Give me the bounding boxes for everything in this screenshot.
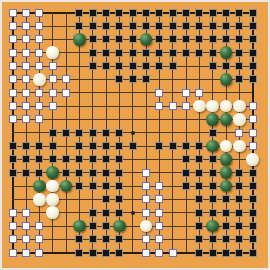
white-territory-marker — [155, 222, 163, 230]
white-territory-marker — [35, 249, 43, 257]
black-territory-marker — [35, 169, 43, 177]
go-board[interactable] — [2, 2, 268, 268]
white-territory-marker — [22, 249, 30, 257]
black-territory-marker — [235, 49, 243, 57]
black-territory-marker — [89, 9, 97, 17]
white-stone — [46, 46, 59, 59]
go-app-window — [0, 0, 270, 270]
white-territory-marker — [22, 75, 30, 83]
white-territory-marker — [22, 89, 30, 97]
black-territory-marker — [235, 195, 243, 203]
black-territory-marker — [195, 49, 203, 57]
black-territory-marker — [115, 62, 123, 70]
black-territory-marker — [155, 22, 163, 30]
black-territory-marker — [102, 222, 110, 230]
white-territory-marker — [9, 9, 17, 17]
white-territory-marker — [169, 249, 177, 257]
white-territory-marker — [35, 235, 43, 243]
black-territory-marker — [222, 195, 230, 203]
black-territory-marker — [22, 169, 30, 177]
black-stone — [206, 140, 219, 153]
black-territory-marker — [89, 35, 97, 43]
white-territory-marker — [62, 89, 70, 97]
white-stone — [220, 100, 233, 113]
black-stone — [60, 180, 73, 193]
white-territory-marker — [9, 222, 17, 230]
black-territory-marker — [182, 155, 190, 163]
white-territory-marker — [49, 62, 57, 70]
white-territory-marker — [62, 75, 70, 83]
black-territory-marker — [115, 195, 123, 203]
white-territory-marker — [155, 182, 163, 190]
black-territory-marker — [115, 22, 123, 30]
white-territory-marker — [142, 195, 150, 203]
white-territory-marker — [169, 102, 177, 110]
black-stone — [73, 220, 86, 233]
white-territory-marker — [249, 115, 257, 123]
black-territory-marker — [102, 249, 110, 257]
black-territory-marker — [142, 75, 150, 83]
black-territory-marker — [49, 155, 57, 163]
black-territory-marker — [195, 142, 203, 150]
white-territory-marker — [155, 235, 163, 243]
black-territory-marker — [222, 249, 230, 257]
black-territory-marker — [209, 195, 217, 203]
black-territory-marker — [235, 209, 243, 217]
black-territory-marker — [195, 235, 203, 243]
white-territory-marker — [182, 89, 190, 97]
black-territory-marker — [182, 9, 190, 17]
black-territory-marker — [249, 49, 257, 57]
white-territory-marker — [142, 169, 150, 177]
white-stone — [140, 220, 153, 233]
black-territory-marker — [115, 75, 123, 83]
black-territory-marker — [249, 9, 257, 17]
black-territory-marker — [102, 195, 110, 203]
white-territory-marker — [22, 35, 30, 43]
white-territory-marker — [235, 129, 243, 137]
black-territory-marker — [222, 62, 230, 70]
star-point — [131, 211, 135, 215]
black-stone — [220, 180, 233, 193]
black-stone — [220, 46, 233, 59]
black-territory-marker — [182, 182, 190, 190]
white-territory-marker — [142, 182, 150, 190]
black-territory-marker — [195, 22, 203, 30]
black-territory-marker — [235, 62, 243, 70]
black-territory-marker — [222, 22, 230, 30]
white-territory-marker — [22, 209, 30, 217]
black-territory-marker — [235, 169, 243, 177]
black-territory-marker — [235, 235, 243, 243]
black-territory-marker — [89, 49, 97, 57]
black-territory-marker — [155, 49, 163, 57]
white-stone — [193, 100, 206, 113]
black-territory-marker — [115, 169, 123, 177]
black-territory-marker — [9, 142, 17, 150]
black-territory-marker — [49, 142, 57, 150]
black-territory-marker — [75, 169, 83, 177]
black-territory-marker — [195, 222, 203, 230]
black-territory-marker — [235, 22, 243, 30]
black-territory-marker — [155, 62, 163, 70]
white-territory-marker — [35, 89, 43, 97]
black-territory-marker — [182, 49, 190, 57]
black-territory-marker — [222, 222, 230, 230]
black-territory-marker — [155, 9, 163, 17]
black-territory-marker — [102, 169, 110, 177]
white-territory-marker — [142, 235, 150, 243]
black-territory-marker — [249, 249, 257, 257]
black-territory-marker — [129, 142, 137, 150]
white-stone — [220, 140, 233, 153]
white-territory-marker — [195, 89, 203, 97]
star-point — [131, 131, 135, 135]
white-territory-marker — [155, 209, 163, 217]
black-territory-marker — [235, 35, 243, 43]
white-territory-marker — [155, 195, 163, 203]
black-territory-marker — [129, 22, 137, 30]
black-territory-marker — [249, 169, 257, 177]
black-territory-marker — [169, 62, 177, 70]
white-stone — [33, 193, 46, 206]
white-territory-marker — [22, 222, 30, 230]
black-territory-marker — [249, 182, 257, 190]
white-territory-marker — [22, 102, 30, 110]
white-territory-marker — [9, 35, 17, 43]
white-stone — [233, 100, 246, 113]
white-stone — [233, 113, 246, 126]
black-territory-marker — [169, 142, 177, 150]
black-territory-marker — [195, 35, 203, 43]
black-territory-marker — [102, 142, 110, 150]
black-territory-marker — [75, 249, 83, 257]
black-territory-marker — [89, 222, 97, 230]
grid-line — [12, 239, 254, 240]
black-territory-marker — [209, 35, 217, 43]
black-stone — [206, 220, 219, 233]
grid-line — [12, 252, 254, 254]
black-territory-marker — [195, 195, 203, 203]
black-stone — [46, 166, 59, 179]
black-territory-marker — [75, 155, 83, 163]
black-territory-marker — [115, 9, 123, 17]
white-territory-marker — [9, 102, 17, 110]
white-territory-marker — [35, 222, 43, 230]
black-territory-marker — [102, 209, 110, 217]
black-territory-marker — [155, 35, 163, 43]
white-territory-marker — [9, 89, 17, 97]
white-territory-marker — [35, 22, 43, 30]
black-territory-marker — [235, 182, 243, 190]
black-territory-marker — [169, 49, 177, 57]
black-territory-marker — [115, 249, 123, 257]
black-territory-marker — [102, 129, 110, 137]
black-territory-marker — [195, 209, 203, 217]
black-territory-marker — [169, 9, 177, 17]
black-territory-marker — [89, 22, 97, 30]
white-territory-marker — [9, 115, 17, 123]
white-territory-marker — [249, 129, 257, 137]
black-territory-marker — [89, 249, 97, 257]
black-stone — [206, 113, 219, 126]
black-territory-marker — [155, 142, 163, 150]
black-territory-marker — [35, 142, 43, 150]
black-territory-marker — [129, 9, 137, 17]
black-territory-marker — [249, 195, 257, 203]
black-territory-marker — [102, 235, 110, 243]
black-territory-marker — [89, 169, 97, 177]
black-territory-marker — [182, 169, 190, 177]
black-territory-marker — [142, 22, 150, 30]
black-territory-marker — [182, 22, 190, 30]
black-territory-marker — [209, 235, 217, 243]
black-territory-marker — [22, 142, 30, 150]
black-territory-marker — [235, 222, 243, 230]
white-territory-marker — [142, 209, 150, 217]
black-territory-marker — [115, 35, 123, 43]
black-territory-marker — [142, 62, 150, 70]
black-territory-marker — [195, 182, 203, 190]
black-territory-marker — [115, 235, 123, 243]
black-territory-marker — [129, 62, 137, 70]
black-territory-marker — [102, 22, 110, 30]
black-territory-marker — [142, 49, 150, 57]
black-territory-marker — [9, 169, 17, 177]
black-territory-marker — [62, 155, 70, 163]
white-stone — [33, 73, 46, 86]
white-territory-marker — [155, 89, 163, 97]
black-territory-marker — [75, 129, 83, 137]
black-territory-marker — [89, 155, 97, 163]
white-territory-marker — [249, 102, 257, 110]
white-territory-marker — [22, 22, 30, 30]
white-territory-marker — [249, 142, 257, 150]
black-territory-marker — [222, 35, 230, 43]
black-territory-marker — [75, 235, 83, 243]
black-territory-marker — [102, 35, 110, 43]
white-territory-marker — [35, 9, 43, 17]
white-territory-marker — [22, 115, 30, 123]
black-territory-marker — [35, 155, 43, 163]
black-territory-marker — [129, 49, 137, 57]
black-territory-marker — [89, 142, 97, 150]
black-stone — [140, 33, 153, 46]
white-territory-marker — [9, 249, 17, 257]
white-territory-marker — [155, 102, 163, 110]
black-territory-marker — [75, 142, 83, 150]
black-territory-marker — [129, 75, 137, 83]
black-territory-marker — [89, 182, 97, 190]
black-territory-marker — [115, 155, 123, 163]
black-territory-marker — [209, 9, 217, 17]
black-territory-marker — [209, 182, 217, 190]
black-territory-marker — [75, 9, 83, 17]
white-territory-marker — [35, 102, 43, 110]
black-territory-marker — [49, 129, 57, 137]
black-territory-marker — [62, 129, 70, 137]
black-territory-marker — [249, 62, 257, 70]
black-territory-marker — [209, 169, 217, 177]
black-territory-marker — [209, 49, 217, 57]
black-stone — [220, 113, 233, 126]
black-territory-marker — [102, 49, 110, 57]
black-stone — [113, 220, 126, 233]
black-territory-marker — [75, 22, 83, 30]
black-territory-marker — [249, 75, 257, 83]
black-stone — [220, 166, 233, 179]
white-territory-marker — [35, 35, 43, 43]
black-territory-marker — [249, 222, 257, 230]
white-territory-marker — [35, 49, 43, 57]
white-territory-marker — [35, 115, 43, 123]
black-territory-marker — [75, 182, 83, 190]
black-stone — [33, 180, 46, 193]
white-territory-marker — [9, 62, 17, 70]
black-territory-marker — [249, 235, 257, 243]
black-territory-marker — [182, 35, 190, 43]
white-stone — [233, 140, 246, 153]
white-territory-marker — [49, 75, 57, 83]
white-territory-marker — [9, 209, 17, 217]
black-territory-marker — [102, 182, 110, 190]
white-territory-marker — [35, 62, 43, 70]
black-territory-marker — [115, 209, 123, 217]
black-territory-marker — [115, 129, 123, 137]
black-territory-marker — [62, 169, 70, 177]
black-territory-marker — [222, 9, 230, 17]
white-territory-marker — [142, 249, 150, 257]
white-territory-marker — [9, 22, 17, 30]
black-territory-marker — [89, 62, 97, 70]
black-territory-marker — [222, 235, 230, 243]
black-territory-marker — [115, 182, 123, 190]
black-territory-marker — [249, 209, 257, 217]
black-territory-marker — [235, 75, 243, 83]
white-territory-marker — [22, 235, 30, 243]
white-territory-marker — [182, 102, 190, 110]
black-territory-marker — [195, 9, 203, 17]
black-territory-marker — [209, 129, 217, 137]
black-territory-marker — [89, 209, 97, 217]
black-territory-marker — [195, 169, 203, 177]
black-territory-marker — [249, 35, 257, 43]
white-territory-marker — [49, 102, 57, 110]
black-territory-marker — [195, 249, 203, 257]
white-stone — [46, 206, 59, 219]
black-stone — [220, 73, 233, 86]
black-territory-marker — [209, 22, 217, 30]
black-territory-marker — [22, 155, 30, 163]
black-territory-marker — [209, 249, 217, 257]
black-territory-marker — [142, 9, 150, 17]
black-territory-marker — [222, 209, 230, 217]
black-territory-marker — [235, 249, 243, 257]
white-territory-marker — [9, 75, 17, 83]
black-territory-marker — [102, 9, 110, 17]
black-territory-marker — [115, 49, 123, 57]
white-stone — [246, 153, 259, 166]
white-stone — [46, 180, 59, 193]
black-territory-marker — [209, 62, 217, 70]
black-territory-marker — [129, 35, 137, 43]
white-territory-marker — [22, 62, 30, 70]
black-territory-marker — [89, 129, 97, 137]
black-territory-marker — [102, 62, 110, 70]
black-territory-marker — [169, 35, 177, 43]
black-territory-marker — [209, 209, 217, 217]
white-territory-marker — [9, 235, 17, 243]
black-territory-marker — [235, 9, 243, 17]
white-territory-marker — [9, 49, 17, 57]
black-stone — [73, 33, 86, 46]
black-territory-marker — [89, 235, 97, 243]
black-territory-marker — [102, 155, 110, 163]
white-stone — [206, 100, 219, 113]
black-territory-marker — [209, 155, 217, 163]
black-territory-marker — [182, 142, 190, 150]
white-territory-marker — [22, 49, 30, 57]
white-territory-marker — [49, 89, 57, 97]
black-territory-marker — [115, 142, 123, 150]
black-territory-marker — [9, 155, 17, 163]
white-territory-marker — [22, 9, 30, 17]
black-territory-marker — [195, 155, 203, 163]
white-territory-marker — [155, 249, 163, 257]
white-stone — [46, 193, 59, 206]
black-territory-marker — [169, 22, 177, 30]
black-territory-marker — [249, 22, 257, 30]
black-stone — [220, 153, 233, 166]
